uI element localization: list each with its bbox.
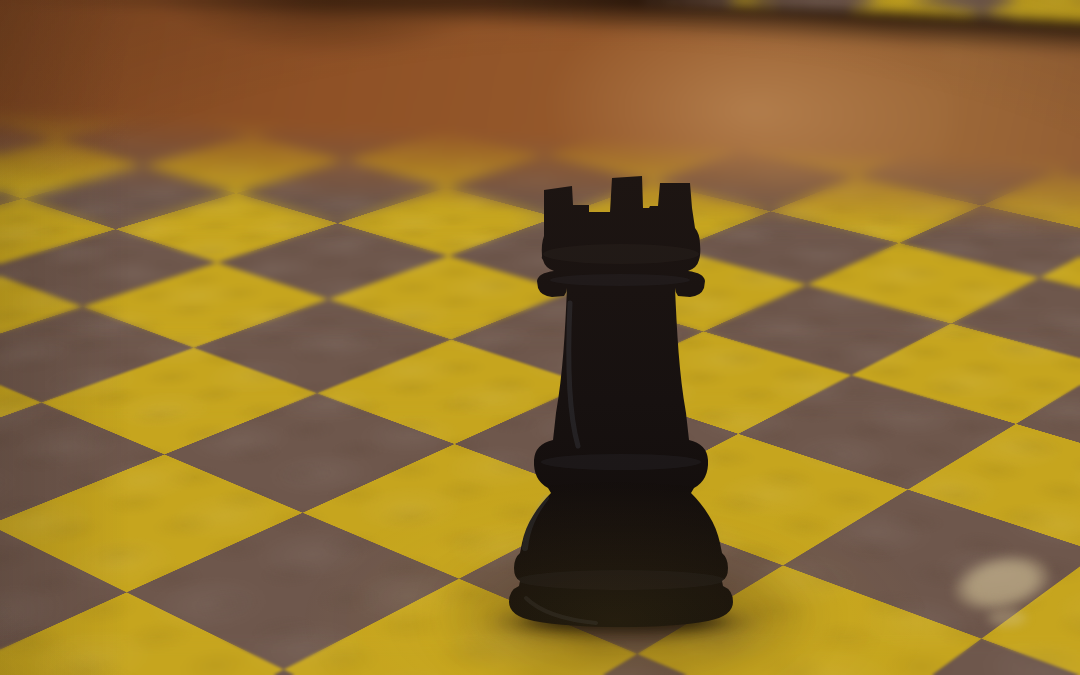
worn-spot-small xyxy=(985,608,1029,628)
black-rook-piece: ♜ xyxy=(504,168,738,630)
chessboard-photo-scene: Close-up photograph of a black rook ches… xyxy=(0,0,1080,675)
